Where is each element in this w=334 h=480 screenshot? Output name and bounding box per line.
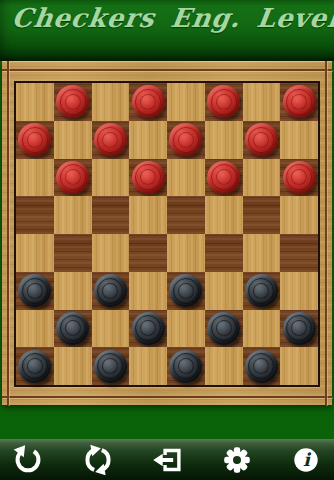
board-square[interactable] <box>280 347 318 385</box>
board-square[interactable] <box>54 310 92 348</box>
frame-trim-bottom <box>2 396 332 398</box>
toolbar: i <box>0 439 334 480</box>
board-square[interactable] <box>92 310 130 348</box>
board-square[interactable] <box>16 83 54 121</box>
board-square[interactable] <box>280 234 318 272</box>
board-square[interactable] <box>54 272 92 310</box>
board-square[interactable] <box>92 83 130 121</box>
board-square[interactable] <box>16 196 54 234</box>
checker-red[interactable] <box>169 123 202 156</box>
checker-black[interactable] <box>245 350 278 383</box>
info-button[interactable]: i <box>286 440 326 480</box>
board-square[interactable] <box>205 347 243 385</box>
board-square[interactable] <box>167 83 205 121</box>
checker-red[interactable] <box>56 161 89 194</box>
frame-trim-left <box>7 61 9 405</box>
board-square[interactable] <box>243 121 281 159</box>
info-icon: i <box>287 441 325 479</box>
checker-red[interactable] <box>94 123 127 156</box>
board-square[interactable] <box>205 159 243 197</box>
board-square[interactable] <box>167 234 205 272</box>
board-square[interactable] <box>167 310 205 348</box>
board-square[interactable] <box>243 272 281 310</box>
checker-red[interactable] <box>283 85 316 118</box>
checker-black[interactable] <box>169 274 202 307</box>
board-square[interactable] <box>167 272 205 310</box>
board-square[interactable] <box>280 121 318 159</box>
board-square[interactable] <box>243 234 281 272</box>
app-title: Checkers Eng. Level 3 <box>10 2 334 34</box>
board-square[interactable] <box>280 272 318 310</box>
checker-red[interactable] <box>18 123 51 156</box>
board-square[interactable] <box>92 347 130 385</box>
checker-black[interactable] <box>169 350 202 383</box>
board-square[interactable] <box>92 234 130 272</box>
frame-trim-top <box>2 69 332 71</box>
checker-red[interactable] <box>207 85 240 118</box>
board-square[interactable] <box>16 234 54 272</box>
board-square[interactable] <box>205 83 243 121</box>
board-square[interactable] <box>16 310 54 348</box>
checker-red[interactable] <box>132 161 165 194</box>
board-square[interactable] <box>129 196 167 234</box>
board-square[interactable] <box>129 159 167 197</box>
checker-black[interactable] <box>56 312 89 345</box>
board-square[interactable] <box>54 347 92 385</box>
board-square[interactable] <box>129 310 167 348</box>
board-square[interactable] <box>129 83 167 121</box>
board-square[interactable] <box>129 347 167 385</box>
board-square[interactable] <box>280 310 318 348</box>
board-square[interactable] <box>129 121 167 159</box>
felt-gap <box>0 405 334 439</box>
redo-restart-button[interactable] <box>78 440 118 480</box>
checker-red[interactable] <box>56 85 89 118</box>
checker-red[interactable] <box>245 123 278 156</box>
checker-black[interactable] <box>245 274 278 307</box>
board-square[interactable] <box>205 121 243 159</box>
board-frame <box>2 61 332 405</box>
board-square[interactable] <box>16 347 54 385</box>
exit-icon <box>148 441 186 479</box>
board-square[interactable] <box>167 347 205 385</box>
board-square[interactable] <box>280 196 318 234</box>
board-square[interactable] <box>92 159 130 197</box>
title-bar: Checkers Eng. Level 3 <box>0 0 334 61</box>
board-square[interactable] <box>243 310 281 348</box>
board-square[interactable] <box>54 234 92 272</box>
settings-button[interactable] <box>217 440 257 480</box>
checker-black[interactable] <box>18 274 51 307</box>
board-square[interactable] <box>243 83 281 121</box>
board-square[interactable] <box>280 83 318 121</box>
gear-icon <box>218 441 256 479</box>
board-square[interactable] <box>92 196 130 234</box>
board-square[interactable] <box>16 121 54 159</box>
board-square[interactable] <box>205 272 243 310</box>
checker-black[interactable] <box>132 312 165 345</box>
board-square[interactable] <box>167 121 205 159</box>
undo-button[interactable] <box>8 440 48 480</box>
board-square[interactable] <box>167 196 205 234</box>
board-square[interactable] <box>243 347 281 385</box>
board-square[interactable] <box>243 159 281 197</box>
redo-restart-icon <box>79 441 117 479</box>
frame-trim-right <box>325 61 327 405</box>
board-zone <box>0 61 334 405</box>
board-square[interactable] <box>16 272 54 310</box>
checker-red[interactable] <box>132 85 165 118</box>
checker-black[interactable] <box>18 350 51 383</box>
checker-black[interactable] <box>94 350 127 383</box>
checker-black[interactable] <box>94 274 127 307</box>
board-square[interactable] <box>129 272 167 310</box>
board-square[interactable] <box>92 272 130 310</box>
board-square[interactable] <box>243 196 281 234</box>
board-square[interactable] <box>205 234 243 272</box>
checker-black[interactable] <box>283 312 316 345</box>
board-field <box>14 81 320 387</box>
board-square[interactable] <box>129 234 167 272</box>
board-square[interactable] <box>54 159 92 197</box>
checker-red[interactable] <box>283 161 316 194</box>
exit-button[interactable] <box>147 440 187 480</box>
board-square[interactable] <box>205 196 243 234</box>
board-square[interactable] <box>280 159 318 197</box>
board-square[interactable] <box>54 83 92 121</box>
board-square[interactable] <box>54 121 92 159</box>
board-square[interactable] <box>92 121 130 159</box>
board-square[interactable] <box>167 159 205 197</box>
board-square[interactable] <box>205 310 243 348</box>
checker-red[interactable] <box>207 161 240 194</box>
board-square[interactable] <box>54 196 92 234</box>
board-square[interactable] <box>16 159 54 197</box>
undo-icon <box>9 441 47 479</box>
checker-black[interactable] <box>207 312 240 345</box>
